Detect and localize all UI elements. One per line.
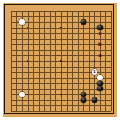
white-stone[interactable]: 1 xyxy=(92,69,97,74)
black-stone[interactable] xyxy=(92,97,97,102)
stone-number: 1 xyxy=(93,70,96,74)
white-stone[interactable] xyxy=(19,19,24,24)
black-stone[interactable] xyxy=(97,81,102,86)
grid-line-horizontal xyxy=(11,89,111,90)
point-label-b[interactable]: b xyxy=(97,42,102,47)
grid-line-vertical xyxy=(105,11,106,111)
grid-line-vertical xyxy=(89,11,90,111)
black-stone[interactable] xyxy=(81,19,86,24)
grid-line-vertical xyxy=(67,11,68,111)
grid-line-vertical xyxy=(72,11,73,111)
black-stone[interactable] xyxy=(81,97,86,102)
white-stone[interactable] xyxy=(97,75,102,80)
grid-line-horizontal xyxy=(11,78,111,79)
grid-line-vertical xyxy=(111,11,112,111)
point-label-a[interactable]: a xyxy=(97,53,102,58)
grid-line-horizontal xyxy=(11,83,111,84)
star-point xyxy=(94,60,96,62)
star-point xyxy=(60,60,62,62)
grid-line-horizontal xyxy=(11,105,111,106)
star-point xyxy=(60,94,62,96)
grid-line-horizontal xyxy=(11,67,111,68)
grid-line-horizontal xyxy=(11,111,111,112)
point-label-c[interactable]: c xyxy=(97,31,102,36)
grid-line-vertical xyxy=(78,11,79,111)
white-stone[interactable] xyxy=(19,92,24,97)
go-board[interactable]: 1cba xyxy=(0,0,120,120)
black-stone[interactable] xyxy=(81,92,86,97)
